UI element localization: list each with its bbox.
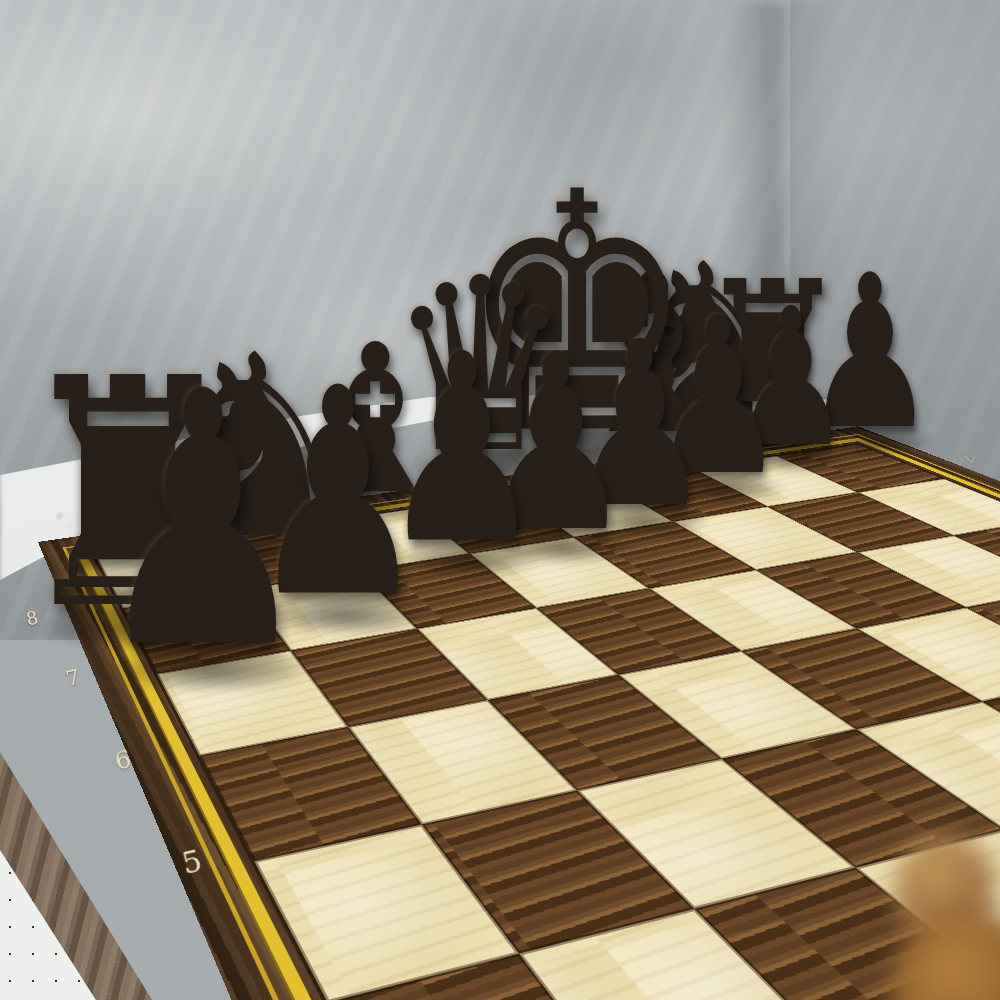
piece-black-pawn-a7[interactable]: ♟ bbox=[55, 375, 351, 689]
black-pawn-glyph: ♟ bbox=[94, 356, 313, 688]
chess-photo-scene: 8765487abcdefgh ♜♞♝♛♚♝♞♜♟♟♟♟♟♟♟♟ bbox=[0, 0, 1000, 1000]
